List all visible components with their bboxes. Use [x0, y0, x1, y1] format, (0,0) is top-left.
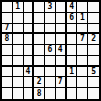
- cell-r1c9[interactable]: [88, 2, 99, 13]
- cell-r1c3[interactable]: [24, 2, 35, 13]
- cell-r4c4[interactable]: [34, 34, 45, 45]
- cell-r2c7[interactable]: 6: [67, 13, 78, 24]
- cell-r5c2[interactable]: [13, 45, 24, 56]
- cell-r5c9[interactable]: [88, 45, 99, 56]
- cell-r3c1[interactable]: 7: [2, 24, 13, 35]
- cell-r1c2[interactable]: 1: [13, 2, 24, 13]
- cell-r8c7[interactable]: [67, 77, 78, 88]
- cell-r2c5[interactable]: [45, 13, 56, 24]
- cell-r2c6[interactable]: [56, 13, 67, 24]
- cell-r1c4[interactable]: [34, 2, 45, 13]
- cell-r7c4[interactable]: [34, 67, 45, 78]
- cell-r9c8[interactable]: [77, 88, 88, 99]
- cell-r6c3[interactable]: [24, 56, 35, 67]
- cell-r8c8[interactable]: [77, 77, 88, 88]
- cell-r3c3[interactable]: [24, 24, 35, 35]
- cell-r7c6[interactable]: [56, 67, 67, 78]
- cell-r7c1[interactable]: [2, 67, 13, 78]
- cell-r9c6[interactable]: [56, 88, 67, 99]
- cell-r1c1[interactable]: [2, 2, 13, 13]
- cell-r6c9[interactable]: [88, 56, 99, 67]
- cell-r8c2[interactable]: [13, 77, 24, 88]
- cell-r6c1[interactable]: [2, 56, 13, 67]
- cell-r8c3[interactable]: [24, 77, 35, 88]
- cell-r7c2[interactable]: [13, 67, 24, 78]
- cell-r4c5[interactable]: [45, 34, 56, 45]
- cell-r1c7[interactable]: 4: [67, 2, 78, 13]
- cell-r5c7[interactable]: [67, 45, 78, 56]
- cell-r5c5[interactable]: 6: [45, 45, 56, 56]
- cell-r3c4[interactable]: [34, 24, 45, 35]
- cell-r7c5[interactable]: [45, 67, 56, 78]
- cell-r5c1[interactable]: [2, 45, 13, 56]
- cell-r4c2[interactable]: [13, 34, 24, 45]
- cell-r3c5[interactable]: [45, 24, 56, 35]
- cell-r5c4[interactable]: [34, 45, 45, 56]
- cell-r6c7[interactable]: [67, 56, 78, 67]
- cell-r4c1[interactable]: 8: [2, 34, 13, 45]
- sudoku-board: 13461787264415278: [2, 2, 99, 99]
- cell-r9c3[interactable]: [24, 88, 35, 99]
- cell-r5c3[interactable]: [24, 45, 35, 56]
- cell-r8c5[interactable]: [45, 77, 56, 88]
- cell-r3c7[interactable]: [67, 24, 78, 35]
- cell-r9c5[interactable]: [45, 88, 56, 99]
- cell-r9c2[interactable]: [13, 88, 24, 99]
- cell-r9c7[interactable]: [67, 88, 78, 99]
- cell-r4c8[interactable]: 7: [77, 34, 88, 45]
- cell-r5c6[interactable]: 4: [56, 45, 67, 56]
- cell-r2c1[interactable]: [2, 13, 13, 24]
- cell-r4c6[interactable]: [56, 34, 67, 45]
- cell-r6c4[interactable]: [34, 56, 45, 67]
- cell-r1c5[interactable]: 3: [45, 2, 56, 13]
- cell-r9c1[interactable]: [2, 88, 13, 99]
- cell-r8c4[interactable]: 2: [34, 77, 45, 88]
- cell-r7c3[interactable]: 4: [24, 67, 35, 78]
- cell-r4c9[interactable]: 2: [88, 34, 99, 45]
- cell-r2c9[interactable]: [88, 13, 99, 24]
- cell-r6c8[interactable]: [77, 56, 88, 67]
- cell-r7c8[interactable]: [77, 67, 88, 78]
- cell-r4c7[interactable]: [67, 34, 78, 45]
- cell-r1c8[interactable]: [77, 2, 88, 13]
- cell-r9c4[interactable]: 8: [34, 88, 45, 99]
- cell-r3c6[interactable]: [56, 24, 67, 35]
- cell-r3c2[interactable]: [13, 24, 24, 35]
- cell-r3c9[interactable]: [88, 24, 99, 35]
- cell-r9c9[interactable]: [88, 88, 99, 99]
- cell-r7c9[interactable]: 5: [88, 67, 99, 78]
- cell-r2c2[interactable]: [13, 13, 24, 24]
- sudoku-board-frame: 13461787264415278: [0, 0, 101, 101]
- cell-r8c6[interactable]: 7: [56, 77, 67, 88]
- cell-r2c3[interactable]: [24, 13, 35, 24]
- cell-r1c6[interactable]: [56, 2, 67, 13]
- cell-r3c8[interactable]: [77, 24, 88, 35]
- cell-r6c6[interactable]: [56, 56, 67, 67]
- cell-r6c5[interactable]: [45, 56, 56, 67]
- cell-r2c4[interactable]: [34, 13, 45, 24]
- cell-r7c7[interactable]: 1: [67, 67, 78, 78]
- cell-r4c3[interactable]: [24, 34, 35, 45]
- cell-r5c8[interactable]: [77, 45, 88, 56]
- cell-r2c8[interactable]: 1: [77, 13, 88, 24]
- cell-r8c1[interactable]: [2, 77, 13, 88]
- cell-r8c9[interactable]: [88, 77, 99, 88]
- cell-r6c2[interactable]: [13, 56, 24, 67]
